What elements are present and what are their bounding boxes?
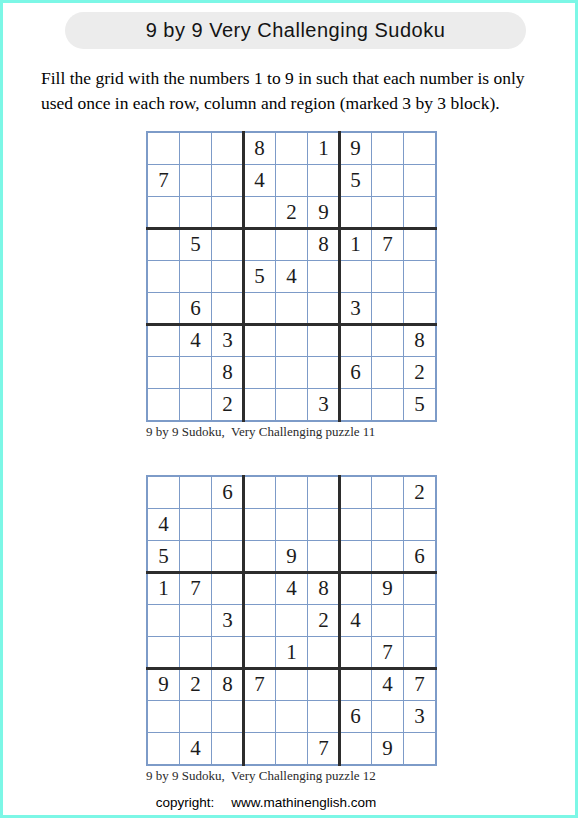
sudoku-cell-r5c7: 4 xyxy=(340,605,371,636)
sudoku-cell-r6c4 xyxy=(244,637,275,668)
sudoku-cell-r2c1: 7 xyxy=(148,165,179,196)
sudoku-cell-r9c8 xyxy=(372,389,403,420)
sudoku-cell-r8c1 xyxy=(148,701,179,732)
sudoku-cell-r5c8 xyxy=(372,261,403,292)
sudoku-cell-r6c4 xyxy=(244,293,275,324)
sudoku-cell-r4c9 xyxy=(404,229,435,260)
sudoku-cell-r7c1: 9 xyxy=(148,669,179,700)
sudoku-cell-r9c7 xyxy=(340,733,371,764)
sudoku-cell-r6c8: 7 xyxy=(372,637,403,668)
sudoku-cell-r8c5 xyxy=(276,357,307,388)
sudoku-cell-r9c7 xyxy=(340,389,371,420)
sudoku-cell-r8c7: 6 xyxy=(340,357,371,388)
sudoku-cell-r6c5 xyxy=(276,293,307,324)
sudoku-cell-r2c9 xyxy=(404,165,435,196)
sudoku-cell-r9c2 xyxy=(180,389,211,420)
sudoku-cell-r3c3 xyxy=(212,197,243,228)
sudoku-cell-r1c4: 8 xyxy=(244,133,275,164)
sudoku-cell-r2c6 xyxy=(308,509,339,540)
sudoku-cell-r5c5 xyxy=(276,605,307,636)
sudoku-cell-r1c7: 9 xyxy=(340,133,371,164)
sudoku-cell-r4c6: 8 xyxy=(308,229,339,260)
sudoku-cell-r3c6 xyxy=(308,541,339,572)
sudoku-cell-r8c9: 2 xyxy=(404,357,435,388)
sudoku-cell-r7c4: 7 xyxy=(244,669,275,700)
sudoku-cell-r5c2 xyxy=(180,605,211,636)
sudoku-cell-r7c3: 3 xyxy=(212,325,243,356)
sudoku-cell-r2c9 xyxy=(404,509,435,540)
sudoku-cell-r6c8 xyxy=(372,293,403,324)
sudoku-cell-r4c2: 7 xyxy=(180,573,211,604)
sudoku-cell-r2c5 xyxy=(276,509,307,540)
sudoku-cell-r4c5: 4 xyxy=(276,573,307,604)
sudoku-cell-r6c3 xyxy=(212,293,243,324)
sudoku-cell-r1c4 xyxy=(244,477,275,508)
sudoku-cell-r1c3 xyxy=(212,133,243,164)
block-divider-vertical-1 xyxy=(242,475,245,766)
sudoku-cell-r2c2 xyxy=(180,165,211,196)
sudoku-cell-r5c1 xyxy=(148,605,179,636)
sudoku-cell-r2c7 xyxy=(340,509,371,540)
block-divider-horizontal-2 xyxy=(146,323,437,326)
sudoku-cell-r7c1 xyxy=(148,325,179,356)
sudoku-cell-r4c2: 5 xyxy=(180,229,211,260)
sudoku-cell-r4c3 xyxy=(212,573,243,604)
sudoku-cell-r3c2 xyxy=(180,197,211,228)
sudoku-cell-r2c2 xyxy=(180,509,211,540)
sudoku-cell-r3c9 xyxy=(404,197,435,228)
sudoku-cell-r3c5: 9 xyxy=(276,541,307,572)
sudoku-cell-r1c5 xyxy=(276,133,307,164)
sudoku-cell-r3c1: 5 xyxy=(148,541,179,572)
sudoku-cell-r9c4 xyxy=(244,733,275,764)
sudoku-cell-r8c8 xyxy=(372,357,403,388)
sudoku-cell-r5c3 xyxy=(212,261,243,292)
sudoku-cell-r4c1: 1 xyxy=(148,573,179,604)
sudoku-cell-r7c3: 8 xyxy=(212,669,243,700)
sudoku-cell-r6c7: 3 xyxy=(340,293,371,324)
sudoku-cell-r5c5: 4 xyxy=(276,261,307,292)
sudoku-cell-r5c9 xyxy=(404,605,435,636)
sudoku-worksheet-page: 9 by 9 Very Challenging Sudoku Fill the … xyxy=(0,0,578,818)
sudoku-cell-r3c4 xyxy=(244,541,275,572)
block-divider-horizontal-1 xyxy=(146,227,437,230)
sudoku-cell-r5c8 xyxy=(372,605,403,636)
sudoku-cell-r1c9 xyxy=(404,133,435,164)
sudoku-cell-r9c5 xyxy=(276,733,307,764)
sudoku-cell-r8c4 xyxy=(244,357,275,388)
instructions-line-2: used once in each row, column and region… xyxy=(41,91,561,116)
sudoku-cell-r3c2 xyxy=(180,541,211,572)
sudoku-cell-r4c4 xyxy=(244,573,275,604)
sudoku-cell-r9c5 xyxy=(276,389,307,420)
sudoku-cell-r2c6 xyxy=(308,165,339,196)
sudoku-cell-r7c4 xyxy=(244,325,275,356)
block-divider-vertical-2 xyxy=(338,475,341,766)
block-divider-horizontal-1 xyxy=(146,571,437,574)
sudoku-cell-r5c6 xyxy=(308,261,339,292)
block-divider-horizontal-2 xyxy=(146,667,437,670)
sudoku-cell-r8c7: 6 xyxy=(340,701,371,732)
sudoku-cell-r7c8: 4 xyxy=(372,669,403,700)
sudoku-cell-r7c6 xyxy=(308,669,339,700)
sudoku-cell-r7c7 xyxy=(340,325,371,356)
sudoku-cell-r9c9: 5 xyxy=(404,389,435,420)
copyright-site: www.mathinenglish.com xyxy=(231,795,376,810)
sudoku-cell-r6c5: 1 xyxy=(276,637,307,668)
sudoku-cell-r4c9 xyxy=(404,573,435,604)
sudoku-cell-r1c8 xyxy=(372,477,403,508)
page-title: 9 by 9 Very Challenging Sudoku xyxy=(146,19,446,42)
sudoku-cell-r7c9: 7 xyxy=(404,669,435,700)
sudoku-cell-r4c3 xyxy=(212,229,243,260)
sudoku-cell-r2c4 xyxy=(244,509,275,540)
sudoku-cell-r5c4: 5 xyxy=(244,261,275,292)
block-divider-vertical-2 xyxy=(338,131,341,422)
sudoku-cell-r8c8 xyxy=(372,701,403,732)
sudoku-cell-r4c1 xyxy=(148,229,179,260)
sudoku-cell-r5c2 xyxy=(180,261,211,292)
sudoku-cell-r2c8 xyxy=(372,165,403,196)
sudoku-cell-r8c3 xyxy=(212,701,243,732)
sudoku-cell-r7c5 xyxy=(276,325,307,356)
sudoku-cell-r9c6: 7 xyxy=(308,733,339,764)
sudoku-cell-r7c5 xyxy=(276,669,307,700)
sudoku-cell-r2c3 xyxy=(212,165,243,196)
sudoku-cell-r3c3 xyxy=(212,541,243,572)
sudoku-grid-puzzle-12: 624596174893241792874763479 xyxy=(146,475,437,766)
sudoku-cell-r9c9 xyxy=(404,733,435,764)
sudoku-cell-r8c6 xyxy=(308,701,339,732)
sudoku-cell-r9c6: 3 xyxy=(308,389,339,420)
title-pill: 9 by 9 Very Challenging Sudoku xyxy=(65,12,526,49)
sudoku-cell-r6c6 xyxy=(308,637,339,668)
sudoku-cell-r3c5: 2 xyxy=(276,197,307,228)
copyright-line: copyright: www.mathinenglish.com xyxy=(0,795,555,810)
puzzle-caption-12: 9 by 9 Sudoku, Very Challenging puzzle 1… xyxy=(146,768,466,784)
sudoku-cell-r1c2 xyxy=(180,133,211,164)
sudoku-cell-r3c7 xyxy=(340,541,371,572)
sudoku-cell-r3c4 xyxy=(244,197,275,228)
sudoku-cell-r9c2: 4 xyxy=(180,733,211,764)
sudoku-cell-r4c8: 7 xyxy=(372,229,403,260)
sudoku-cell-r8c6 xyxy=(308,357,339,388)
sudoku-cell-r6c3 xyxy=(212,637,243,668)
sudoku-cell-r3c1 xyxy=(148,197,179,228)
sudoku-cell-r3c9: 6 xyxy=(404,541,435,572)
sudoku-cell-r7c2: 2 xyxy=(180,669,211,700)
sudoku-cell-r5c9 xyxy=(404,261,435,292)
sudoku-cell-r8c2 xyxy=(180,357,211,388)
sudoku-cell-r9c4 xyxy=(244,389,275,420)
sudoku-cell-r6c1 xyxy=(148,637,179,668)
instructions-line-1: Fill the grid with the numbers 1 to 9 in… xyxy=(41,66,561,91)
sudoku-cell-r1c6: 1 xyxy=(308,133,339,164)
sudoku-grid-puzzle-11: 8197452958175463438862235 xyxy=(146,131,437,422)
sudoku-cell-r8c1 xyxy=(148,357,179,388)
sudoku-cell-r5c6: 2 xyxy=(308,605,339,636)
sudoku-cell-r5c7 xyxy=(340,261,371,292)
sudoku-cell-r3c8 xyxy=(372,197,403,228)
sudoku-cell-r1c7 xyxy=(340,477,371,508)
sudoku-cell-r8c3: 8 xyxy=(212,357,243,388)
sudoku-cell-r1c2 xyxy=(180,477,211,508)
sudoku-cell-r1c1 xyxy=(148,477,179,508)
sudoku-cell-r6c7 xyxy=(340,637,371,668)
sudoku-cell-r7c7 xyxy=(340,669,371,700)
sudoku-cell-r6c2: 6 xyxy=(180,293,211,324)
sudoku-cell-r6c6 xyxy=(308,293,339,324)
sudoku-cell-r2c5 xyxy=(276,165,307,196)
sudoku-cell-r1c9: 2 xyxy=(404,477,435,508)
puzzle-caption-11: 9 by 9 Sudoku, Very Challenging puzzle 1… xyxy=(146,424,466,440)
sudoku-cell-r4c8: 9 xyxy=(372,573,403,604)
sudoku-cell-r8c2 xyxy=(180,701,211,732)
sudoku-cell-r2c8 xyxy=(372,509,403,540)
sudoku-cell-r6c9 xyxy=(404,637,435,668)
sudoku-cell-r4c4 xyxy=(244,229,275,260)
sudoku-cell-r9c3 xyxy=(212,733,243,764)
sudoku-cell-r7c6 xyxy=(308,325,339,356)
sudoku-cell-r7c8 xyxy=(372,325,403,356)
sudoku-cell-r8c9: 3 xyxy=(404,701,435,732)
sudoku-cell-r2c4: 4 xyxy=(244,165,275,196)
sudoku-cell-r3c8 xyxy=(372,541,403,572)
copyright-label: copyright: xyxy=(156,795,215,810)
sudoku-cell-r4c6: 8 xyxy=(308,573,339,604)
sudoku-cell-r4c7 xyxy=(340,573,371,604)
sudoku-cell-r2c3 xyxy=(212,509,243,540)
sudoku-cell-r9c3: 2 xyxy=(212,389,243,420)
sudoku-cell-r9c8: 9 xyxy=(372,733,403,764)
sudoku-cell-r6c2 xyxy=(180,637,211,668)
sudoku-cell-r8c4 xyxy=(244,701,275,732)
sudoku-cell-r9c1 xyxy=(148,389,179,420)
sudoku-cell-r8c5 xyxy=(276,701,307,732)
sudoku-cell-r5c1 xyxy=(148,261,179,292)
sudoku-cell-r6c9 xyxy=(404,293,435,324)
sudoku-cell-r4c5 xyxy=(276,229,307,260)
sudoku-cell-r6c1 xyxy=(148,293,179,324)
sudoku-cell-r9c1 xyxy=(148,733,179,764)
sudoku-cell-r1c8 xyxy=(372,133,403,164)
sudoku-cell-r7c9: 8 xyxy=(404,325,435,356)
instructions: Fill the grid with the numbers 1 to 9 in… xyxy=(41,66,561,116)
sudoku-cell-r4c7: 1 xyxy=(340,229,371,260)
sudoku-cell-r3c6: 9 xyxy=(308,197,339,228)
sudoku-cell-r1c3: 6 xyxy=(212,477,243,508)
sudoku-cell-r7c2: 4 xyxy=(180,325,211,356)
block-divider-vertical-1 xyxy=(242,131,245,422)
sudoku-cell-r5c3: 3 xyxy=(212,605,243,636)
sudoku-cell-r3c7 xyxy=(340,197,371,228)
sudoku-cell-r1c5 xyxy=(276,477,307,508)
sudoku-cell-r2c7: 5 xyxy=(340,165,371,196)
sudoku-cell-r1c1 xyxy=(148,133,179,164)
sudoku-cell-r2c1: 4 xyxy=(148,509,179,540)
sudoku-cell-r1c6 xyxy=(308,477,339,508)
sudoku-cell-r5c4 xyxy=(244,605,275,636)
